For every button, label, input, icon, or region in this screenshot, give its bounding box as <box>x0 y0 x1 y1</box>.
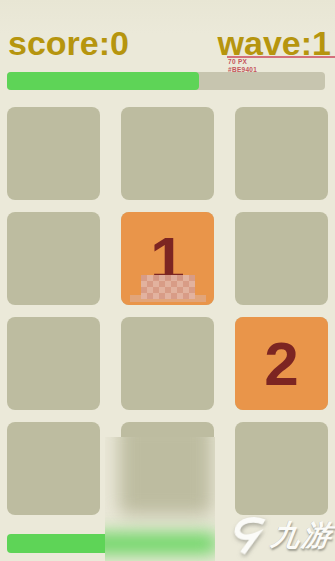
cell-r2c1 <box>7 212 100 305</box>
cell-r2c3 <box>235 212 328 305</box>
cell-r2c2: 1 <box>121 212 214 305</box>
annotation-font-size: 70 PX <box>228 58 257 66</box>
blur-censor-overlay <box>105 437 215 561</box>
wave-progress-bar <box>7 72 325 90</box>
wave-progress-fill <box>7 72 199 90</box>
pixelated-censor-patch <box>141 275 195 299</box>
cell-r3c3: 2 <box>235 317 328 410</box>
blurred-progress <box>105 534 215 553</box>
tile-2: 2 <box>235 317 328 410</box>
cell-r1c3 <box>235 107 328 200</box>
cell-r3c2 <box>121 317 214 410</box>
cell-r1c1 <box>7 107 100 200</box>
tile-2-value: 2 <box>264 333 298 395</box>
score-text: score:0 <box>8 24 129 63</box>
watermark: 九游 <box>228 515 335 557</box>
tile-1: 1 <box>121 212 214 305</box>
cell-r1c2 <box>121 107 214 200</box>
cell-r4c1 <box>7 422 100 515</box>
watermark-text: 九游 <box>268 516 335 556</box>
cell-r3c1 <box>7 317 100 410</box>
game-screen: score:0 wave:1 70 PX #BE9401 1 2 <box>0 0 335 561</box>
jiuyou-g-logo-icon <box>228 515 270 557</box>
cell-r4c3 <box>235 422 328 515</box>
blurred-cell <box>119 437 212 515</box>
